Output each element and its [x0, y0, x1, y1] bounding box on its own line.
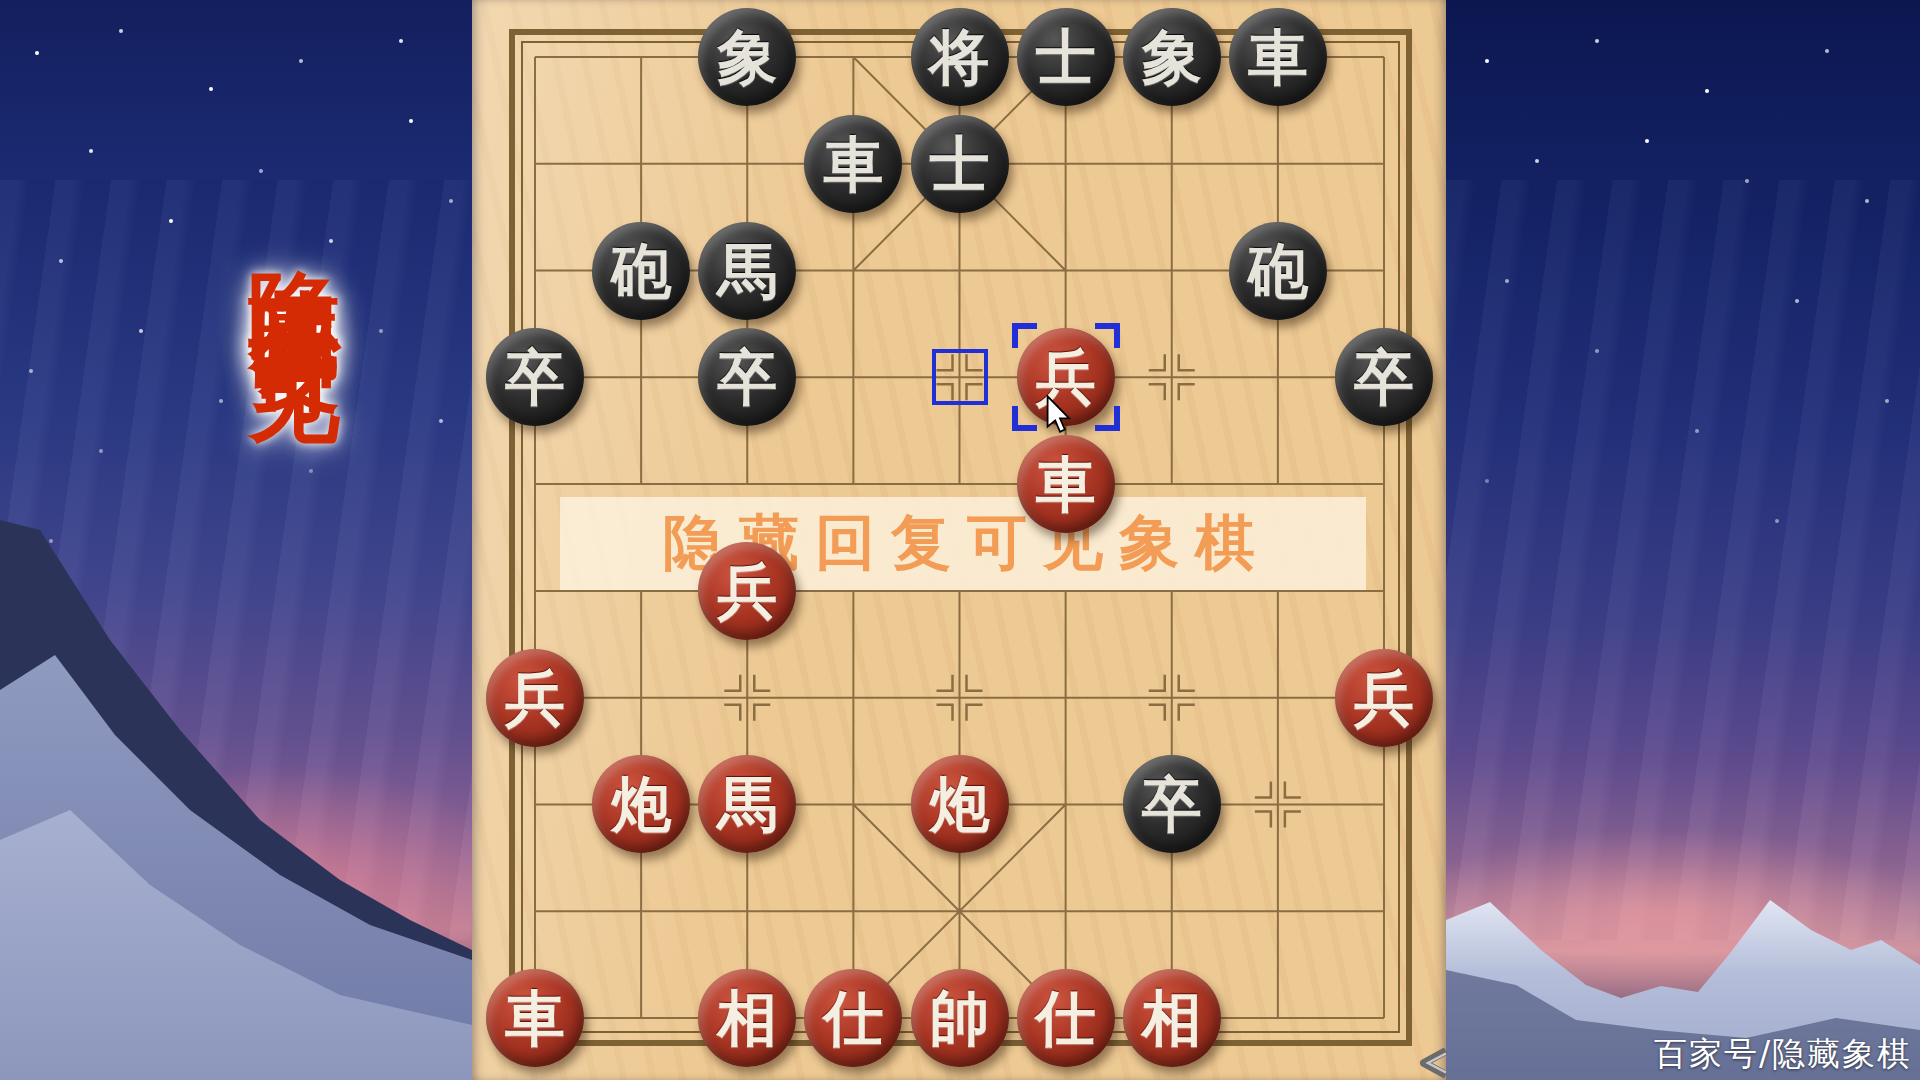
piece-red-soldier[interactable]: 兵 — [486, 649, 584, 747]
piece-black-horse[interactable]: 馬 — [698, 222, 796, 320]
xiangqi-board[interactable]: 隐藏回复可见象棋 象将士象車車士砲馬砲卒卒兵卒車兵兵兵炮馬炮卒車相仕帥仕相 — [472, 0, 1446, 1080]
clouds-decoration — [1446, 180, 1920, 940]
piece-red-soldier[interactable]: 兵 — [1335, 649, 1433, 747]
piece-black-soldier[interactable]: 卒 — [698, 328, 796, 426]
left-scenery-panel: 隐藏回复可见 — [0, 0, 472, 1080]
piece-red-chariot[interactable]: 車 — [1017, 435, 1115, 533]
piece-black-cannon[interactable]: 砲 — [1229, 222, 1327, 320]
piece-black-soldier[interactable]: 卒 — [1335, 328, 1433, 426]
piece-black-cannon[interactable]: 砲 — [592, 222, 690, 320]
piece-red-cannon[interactable]: 炮 — [911, 755, 1009, 853]
piece-red-king[interactable]: 帥 — [911, 969, 1009, 1067]
piece-red-advisor[interactable]: 仕 — [1017, 969, 1115, 1067]
piece-black-king[interactable]: 将 — [911, 8, 1009, 106]
piece-black-soldier[interactable]: 卒 — [1123, 755, 1221, 853]
piece-black-chariot[interactable]: 車 — [804, 115, 902, 213]
piece-black-elephant[interactable]: 象 — [698, 8, 796, 106]
stars-decoration — [0, 0, 2, 2]
piece-black-chariot[interactable]: 車 — [1229, 8, 1327, 106]
left-calligraphy-banner: 隐藏回复可见 — [240, 196, 350, 304]
piece-red-advisor[interactable]: 仕 — [804, 969, 902, 1067]
piece-red-elephant[interactable]: 相 — [698, 969, 796, 1067]
stars-decoration — [1446, 0, 1448, 2]
publisher-credit: 百家号/隐藏象棋 — [1654, 1032, 1912, 1077]
mouse-cursor-icon — [1046, 395, 1072, 433]
piece-black-elephant[interactable]: 象 — [1123, 8, 1221, 106]
piece-red-chariot[interactable]: 車 — [486, 969, 584, 1067]
pieces-layer: 象将士象車車士砲馬砲卒卒兵卒車兵兵兵炮馬炮卒車相仕帥仕相 — [472, 0, 1446, 1080]
piece-red-elephant[interactable]: 相 — [1123, 969, 1221, 1067]
piece-red-horse[interactable]: 馬 — [698, 755, 796, 853]
piece-red-cannon[interactable]: 炮 — [592, 755, 690, 853]
right-scenery-panel: 左马盘河 — [1446, 0, 1920, 1080]
piece-black-soldier[interactable]: 卒 — [486, 328, 584, 426]
piece-black-advisor[interactable]: 士 — [911, 115, 1009, 213]
piece-red-soldier[interactable]: 兵 — [698, 542, 796, 640]
piece-black-advisor[interactable]: 士 — [1017, 8, 1115, 106]
